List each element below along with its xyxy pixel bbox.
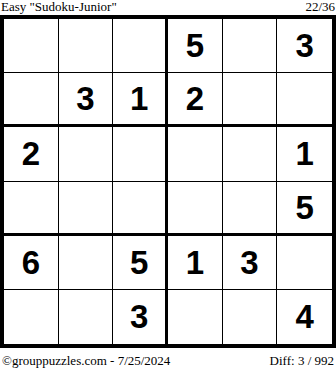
puzzle-title: Easy "Sudoku-Junior" — [1, 0, 117, 14]
cell-r5c2[interactable] — [59, 236, 114, 290]
difficulty: Diff: 3 / 992 — [270, 354, 334, 368]
cell-r4c5[interactable] — [223, 182, 278, 236]
board: 53312215651334 — [0, 15, 336, 348]
copyright-date: ©grouppuzzles.com - 7/25/2024 — [2, 354, 170, 368]
cell-r6c1[interactable] — [4, 290, 59, 344]
cell-r4c3[interactable] — [113, 182, 168, 236]
sudoku-page: Easy "Sudoku-Junior" 22/36 5331221565133… — [0, 0, 336, 370]
cell-r2c1[interactable] — [4, 73, 59, 127]
cell-r3c1[interactable]: 2 — [4, 127, 59, 181]
cell-r2c4[interactable]: 2 — [168, 73, 223, 127]
cell-r3c4[interactable] — [168, 127, 223, 181]
cell-r6c4[interactable] — [168, 290, 223, 344]
cell-r1c1[interactable] — [4, 19, 59, 73]
cell-r2c3[interactable]: 1 — [113, 73, 168, 127]
cell-r3c2[interactable] — [59, 127, 114, 181]
cell-r5c1[interactable]: 6 — [4, 236, 59, 290]
footer: ©grouppuzzles.com - 7/25/2024 Diff: 3 / … — [0, 351, 336, 370]
cell-r6c6[interactable]: 4 — [277, 290, 332, 344]
cell-r3c6[interactable]: 1 — [277, 127, 332, 181]
cell-r6c5[interactable] — [223, 290, 278, 344]
cell-r1c5[interactable] — [223, 19, 278, 73]
cell-r4c4[interactable] — [168, 182, 223, 236]
cell-r2c2[interactable]: 3 — [59, 73, 114, 127]
cell-r1c4[interactable]: 5 — [168, 19, 223, 73]
cell-r2c5[interactable] — [223, 73, 278, 127]
cell-r1c6[interactable]: 3 — [277, 19, 332, 73]
cell-r5c6[interactable] — [277, 236, 332, 290]
cell-r5c4[interactable]: 1 — [168, 236, 223, 290]
cell-r2c6[interactable] — [277, 73, 332, 127]
cell-r5c5[interactable]: 3 — [223, 236, 278, 290]
cell-r6c3[interactable]: 3 — [113, 290, 168, 344]
cell-r4c1[interactable] — [4, 182, 59, 236]
cell-r3c3[interactable] — [113, 127, 168, 181]
cell-r4c2[interactable] — [59, 182, 114, 236]
header: Easy "Sudoku-Junior" 22/36 — [0, 0, 336, 15]
cell-r4c6[interactable]: 5 — [277, 182, 332, 236]
cell-r3c5[interactable] — [223, 127, 278, 181]
cell-r6c2[interactable] — [59, 290, 114, 344]
cell-r1c2[interactable] — [59, 19, 114, 73]
cell-r5c3[interactable]: 5 — [113, 236, 168, 290]
cell-r1c3[interactable] — [113, 19, 168, 73]
puzzle-counter: 22/36 — [305, 0, 335, 14]
